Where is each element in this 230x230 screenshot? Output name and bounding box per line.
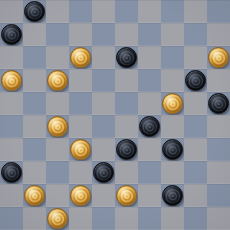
- board-square[interactable]: [23, 69, 46, 92]
- board-square[interactable]: [69, 46, 92, 69]
- white-piece[interactable]: [116, 185, 137, 206]
- board-square[interactable]: [0, 46, 23, 69]
- board-square[interactable]: [207, 0, 230, 23]
- board-square[interactable]: [69, 138, 92, 161]
- board-square[interactable]: [69, 23, 92, 46]
- black-piece[interactable]: [139, 116, 160, 137]
- board-square[interactable]: [0, 184, 23, 207]
- board-square[interactable]: [0, 115, 23, 138]
- white-piece[interactable]: [47, 208, 68, 229]
- board-square[interactable]: [46, 184, 69, 207]
- board-square[interactable]: [46, 138, 69, 161]
- board-square[interactable]: [23, 46, 46, 69]
- board-square[interactable]: [207, 92, 230, 115]
- board-square[interactable]: [69, 92, 92, 115]
- board-square[interactable]: [161, 0, 184, 23]
- board-square[interactable]: [0, 92, 23, 115]
- board-square[interactable]: [138, 161, 161, 184]
- board-square[interactable]: [92, 184, 115, 207]
- board-square[interactable]: [184, 161, 207, 184]
- white-piece[interactable]: [162, 93, 183, 114]
- board-square[interactable]: [161, 184, 184, 207]
- board-square[interactable]: [46, 115, 69, 138]
- board-square[interactable]: [115, 0, 138, 23]
- black-piece[interactable]: [162, 139, 183, 160]
- board-square[interactable]: [0, 0, 23, 23]
- board-square[interactable]: [0, 161, 23, 184]
- board-square[interactable]: [0, 23, 23, 46]
- white-piece[interactable]: [47, 116, 68, 137]
- board-square[interactable]: [184, 138, 207, 161]
- board-square[interactable]: [161, 138, 184, 161]
- board-square[interactable]: [207, 69, 230, 92]
- board-square[interactable]: [207, 184, 230, 207]
- board-square[interactable]: [184, 184, 207, 207]
- board-square[interactable]: [207, 115, 230, 138]
- white-piece[interactable]: [1, 70, 22, 91]
- board-square[interactable]: [115, 46, 138, 69]
- board-square[interactable]: [92, 161, 115, 184]
- board-square[interactable]: [0, 69, 23, 92]
- board-square[interactable]: [23, 184, 46, 207]
- board-square[interactable]: [69, 69, 92, 92]
- board-square[interactable]: [115, 69, 138, 92]
- board-square[interactable]: [161, 92, 184, 115]
- board-square[interactable]: [138, 92, 161, 115]
- black-piece[interactable]: [24, 1, 45, 22]
- board-square[interactable]: [161, 207, 184, 230]
- board-square[interactable]: [161, 69, 184, 92]
- board-square[interactable]: [92, 0, 115, 23]
- board-square[interactable]: [115, 138, 138, 161]
- board-square[interactable]: [23, 161, 46, 184]
- white-piece[interactable]: [208, 47, 229, 68]
- board-square[interactable]: [115, 92, 138, 115]
- board-square[interactable]: [207, 138, 230, 161]
- board-square[interactable]: [207, 46, 230, 69]
- black-piece[interactable]: [116, 47, 137, 68]
- board-square[interactable]: [138, 46, 161, 69]
- board-square[interactable]: [69, 161, 92, 184]
- board-square[interactable]: [69, 184, 92, 207]
- board-square[interactable]: [23, 0, 46, 23]
- board-square[interactable]: [207, 23, 230, 46]
- board-square[interactable]: [184, 23, 207, 46]
- board-square[interactable]: [69, 115, 92, 138]
- board-square[interactable]: [161, 115, 184, 138]
- board-square[interactable]: [115, 115, 138, 138]
- board-square[interactable]: [23, 138, 46, 161]
- board-square[interactable]: [92, 23, 115, 46]
- board-square[interactable]: [92, 46, 115, 69]
- board-square[interactable]: [138, 0, 161, 23]
- white-piece[interactable]: [70, 139, 91, 160]
- board-square[interactable]: [138, 138, 161, 161]
- white-piece[interactable]: [70, 47, 91, 68]
- black-piece[interactable]: [162, 185, 183, 206]
- board-square[interactable]: [46, 0, 69, 23]
- board-square[interactable]: [23, 92, 46, 115]
- white-piece[interactable]: [70, 185, 91, 206]
- board-square[interactable]: [184, 207, 207, 230]
- board-square[interactable]: [92, 92, 115, 115]
- board-square[interactable]: [207, 161, 230, 184]
- black-piece[interactable]: [1, 162, 22, 183]
- board-square[interactable]: [46, 92, 69, 115]
- board-square[interactable]: [115, 184, 138, 207]
- board-square[interactable]: [207, 207, 230, 230]
- board-square[interactable]: [138, 115, 161, 138]
- board-square[interactable]: [46, 46, 69, 69]
- draughts-board: [0, 0, 230, 230]
- board-square[interactable]: [115, 161, 138, 184]
- board-square[interactable]: [138, 207, 161, 230]
- board-square[interactable]: [0, 138, 23, 161]
- board-square[interactable]: [138, 69, 161, 92]
- black-piece[interactable]: [116, 139, 137, 160]
- board-square[interactable]: [92, 115, 115, 138]
- board-square[interactable]: [161, 161, 184, 184]
- white-piece[interactable]: [47, 70, 68, 91]
- board-square[interactable]: [46, 69, 69, 92]
- board-square[interactable]: [69, 207, 92, 230]
- board-square[interactable]: [184, 46, 207, 69]
- board-square[interactable]: [161, 46, 184, 69]
- board-square[interactable]: [46, 23, 69, 46]
- black-piece[interactable]: [208, 93, 229, 114]
- white-piece[interactable]: [24, 185, 45, 206]
- board-square[interactable]: [69, 0, 92, 23]
- board-square[interactable]: [23, 115, 46, 138]
- board-square[interactable]: [184, 115, 207, 138]
- board-square[interactable]: [138, 184, 161, 207]
- board-square[interactable]: [138, 23, 161, 46]
- board-square[interactable]: [23, 23, 46, 46]
- board-square[interactable]: [115, 23, 138, 46]
- board-square[interactable]: [46, 207, 69, 230]
- black-piece[interactable]: [93, 162, 114, 183]
- black-piece[interactable]: [1, 24, 22, 45]
- board-square[interactable]: [46, 161, 69, 184]
- board-square[interactable]: [0, 207, 23, 230]
- board-square[interactable]: [184, 0, 207, 23]
- board-square[interactable]: [184, 69, 207, 92]
- board-square[interactable]: [92, 207, 115, 230]
- board-square[interactable]: [92, 138, 115, 161]
- board-square[interactable]: [184, 92, 207, 115]
- black-piece[interactable]: [185, 70, 206, 91]
- board-square[interactable]: [23, 207, 46, 230]
- board-square[interactable]: [115, 207, 138, 230]
- board-square[interactable]: [92, 69, 115, 92]
- board-square[interactable]: [161, 23, 184, 46]
